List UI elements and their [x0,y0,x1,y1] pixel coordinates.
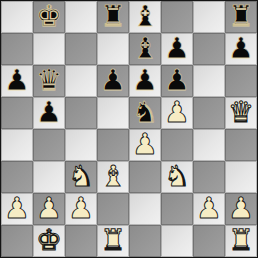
square-a4[interactable] [1,129,33,161]
square-a3[interactable] [1,161,33,193]
square-b1[interactable]: ♚ [33,225,65,257]
square-f6[interactable]: ♟ [161,65,193,97]
square-d1[interactable]: ♜ [97,225,129,257]
white-pawn-piece[interactable]: ♟ [68,193,94,224]
black-pawn-piece[interactable]: ♟ [164,65,190,96]
white-knight-piece[interactable]: ♞ [68,161,94,192]
square-d7[interactable] [97,33,129,65]
square-h4[interactable] [225,129,257,161]
square-f4[interactable] [161,129,193,161]
square-f2[interactable] [161,193,193,225]
square-d6[interactable]: ♟ [97,65,129,97]
square-h1[interactable]: ♜ [225,225,257,257]
square-c6[interactable] [65,65,97,97]
square-g4[interactable] [193,129,225,161]
square-c1[interactable] [65,225,97,257]
square-e6[interactable]: ♟ [129,65,161,97]
square-e4[interactable]: ♟ [129,129,161,161]
square-e1[interactable] [129,225,161,257]
square-f1[interactable] [161,225,193,257]
square-c8[interactable] [65,1,97,33]
square-a2[interactable]: ♟ [1,193,33,225]
square-e3[interactable] [129,161,161,193]
black-pawn-piece[interactable]: ♟ [132,65,158,96]
white-pawn-piece[interactable]: ♟ [36,193,62,224]
white-pawn-piece[interactable]: ♟ [196,193,222,224]
white-queen-piece[interactable]: ♛ [228,97,254,128]
black-pawn-piece[interactable]: ♟ [164,33,190,64]
square-c2[interactable]: ♟ [65,193,97,225]
square-h7[interactable]: ♟ [225,33,257,65]
square-b6[interactable]: ♛ [33,65,65,97]
square-a8[interactable] [1,1,33,33]
square-b5[interactable]: ♟ [33,97,65,129]
black-queen-piece[interactable]: ♛ [36,65,62,96]
square-g1[interactable] [193,225,225,257]
chess-board-frame: ♚♜♝♜♝♟♟♟♛♟♟♟♟♞♟♛♟♞♝♞♟♟♟♟♟♚♜♜ [0,0,258,258]
square-g2[interactable]: ♟ [193,193,225,225]
square-d8[interactable]: ♜ [97,1,129,33]
square-c5[interactable] [65,97,97,129]
black-knight-piece[interactable]: ♞ [132,97,158,128]
square-b3[interactable] [33,161,65,193]
square-b2[interactable]: ♟ [33,193,65,225]
white-rook-piece[interactable]: ♜ [100,225,126,256]
black-bishop-piece[interactable]: ♝ [132,33,158,64]
black-rook-piece[interactable]: ♜ [228,1,254,32]
square-b8[interactable]: ♚ [33,1,65,33]
white-pawn-piece[interactable]: ♟ [164,97,190,128]
square-h2[interactable]: ♟ [225,193,257,225]
white-king-piece[interactable]: ♚ [36,225,62,256]
square-h3[interactable] [225,161,257,193]
square-d2[interactable] [97,193,129,225]
black-pawn-piece[interactable]: ♟ [36,97,62,128]
square-h6[interactable] [225,65,257,97]
square-h8[interactable]: ♜ [225,1,257,33]
square-f8[interactable] [161,1,193,33]
black-pawn-piece[interactable]: ♟ [4,65,30,96]
black-rook-piece[interactable]: ♜ [100,1,126,32]
square-g6[interactable] [193,65,225,97]
square-a6[interactable]: ♟ [1,65,33,97]
white-bishop-piece[interactable]: ♝ [100,161,126,192]
square-a1[interactable] [1,225,33,257]
white-pawn-piece[interactable]: ♟ [4,193,30,224]
black-pawn-piece[interactable]: ♟ [228,33,254,64]
black-pawn-piece[interactable]: ♟ [100,65,126,96]
square-f3[interactable]: ♞ [161,161,193,193]
white-rook-piece[interactable]: ♜ [228,225,254,256]
white-pawn-piece[interactable]: ♟ [228,193,254,224]
square-e2[interactable] [129,193,161,225]
square-c7[interactable] [65,33,97,65]
square-e7[interactable]: ♝ [129,33,161,65]
square-g7[interactable] [193,33,225,65]
square-g5[interactable] [193,97,225,129]
square-e8[interactable]: ♝ [129,1,161,33]
square-c4[interactable] [65,129,97,161]
black-bishop-piece[interactable]: ♝ [132,1,158,32]
square-d4[interactable] [97,129,129,161]
white-pawn-piece[interactable]: ♟ [132,129,158,160]
square-e5[interactable]: ♞ [129,97,161,129]
square-a5[interactable] [1,97,33,129]
square-h5[interactable]: ♛ [225,97,257,129]
white-knight-piece[interactable]: ♞ [164,161,190,192]
square-d3[interactable]: ♝ [97,161,129,193]
square-f7[interactable]: ♟ [161,33,193,65]
square-b7[interactable] [33,33,65,65]
square-g8[interactable] [193,1,225,33]
square-c3[interactable]: ♞ [65,161,97,193]
square-a7[interactable] [1,33,33,65]
black-king-piece[interactable]: ♚ [36,1,62,32]
square-b4[interactable] [33,129,65,161]
square-f5[interactable]: ♟ [161,97,193,129]
square-d5[interactable] [97,97,129,129]
square-g3[interactable] [193,161,225,193]
chess-board: ♚♜♝♜♝♟♟♟♛♟♟♟♟♞♟♛♟♞♝♞♟♟♟♟♟♚♜♜ [1,1,257,257]
